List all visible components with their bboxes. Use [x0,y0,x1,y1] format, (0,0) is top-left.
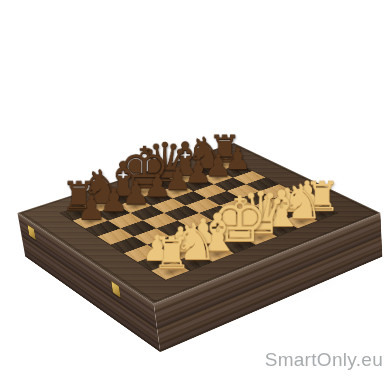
product-photo-canvas: ♜♞♝♚♛♝♞♜♟♟♟♟♟♟♟♟♟♟♟♟♟♟♟♟♜♞♝♚♛♝♞♜ SmartOn… [0,0,388,388]
rook-glyph-icon: ♜ [152,236,191,272]
pawn-glyph-icon: ♟ [77,195,106,222]
chess-board: ♜♞♝♚♛♝♞♜♟♟♟♟♟♟♟♟♟♟♟♟♟♟♟♟♜♞♝♚♛♝♞♜ [17,143,380,304]
piece-black-pawn: ♟ [59,149,124,221]
scene-3d: ♜♞♝♚♛♝♞♜♟♟♟♟♟♟♟♟♟♟♟♟♟♟♟♟♜♞♝♚♛♝♞♜ [0,0,388,388]
watermark: SmartOnly.eu [265,349,383,371]
piece-white-rook: ♜ [136,193,207,271]
square-a1: ♜ [151,262,189,280]
